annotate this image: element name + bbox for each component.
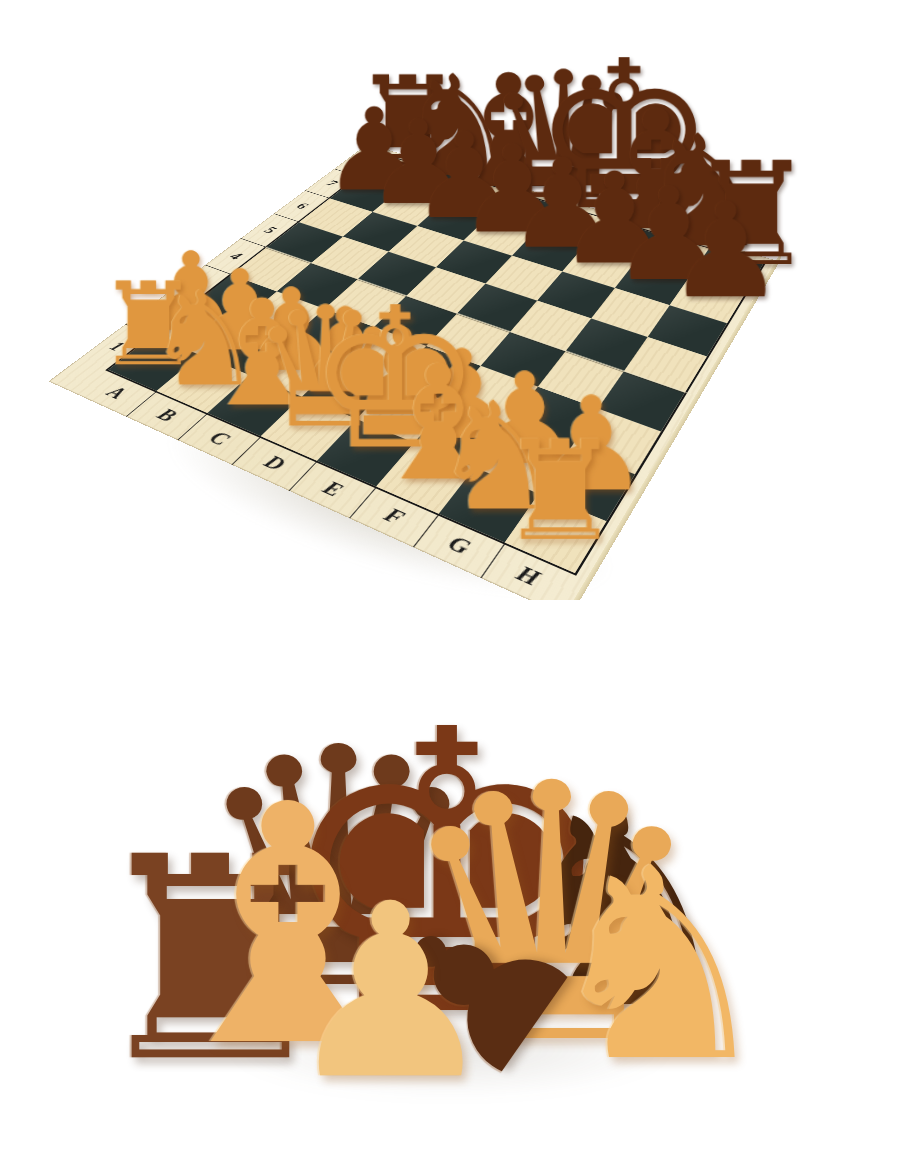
dark-pawn-e7[interactable]: ♟	[507, 142, 563, 266]
loose-pieces-scene: ♜ ♝ ♛ ♟ ♚ ♟ ♛ ♞ ♞	[0, 600, 900, 1174]
board-scene: 87654321 ♜♞♝♛♚♝♞♜♟♟♟♟♟♟♟♟♟♟♟♟♟♟♟♟♜♞♝♛♚♝♞…	[0, 0, 900, 600]
loose-piece-light-knight: ♞	[540, 833, 778, 1098]
light-rook-h1[interactable]: ♜	[498, 423, 576, 561]
dark-pawn-h7[interactable]: ♟	[667, 184, 727, 316]
light-knight-g1[interactable]: ♞	[431, 382, 507, 531]
dark-pawn-g7[interactable]: ♟	[611, 170, 670, 299]
dark-pawn-f7[interactable]: ♟	[558, 155, 615, 281]
dark-pawn-c7[interactable]: ♟	[411, 116, 465, 235]
square-h7[interactable]: ♟	[670, 276, 746, 323]
dark-pawn-d7[interactable]: ♟	[458, 129, 513, 250]
loose-piece-light-pawn: ♟	[283, 872, 498, 1112]
